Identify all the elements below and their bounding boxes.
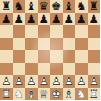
piece-outline: ♖: [0, 88, 13, 101]
piece-glyph: ♟: [50, 13, 63, 26]
black-pawn: ♟: [0, 13, 13, 26]
white-pawn: ♟♙: [75, 75, 88, 88]
white-knight: ♞♘: [75, 88, 88, 101]
square-g1[interactable]: ♞♘: [75, 88, 88, 101]
square-e4[interactable]: [50, 50, 63, 63]
square-b6[interactable]: [13, 25, 26, 38]
square-h6[interactable]: [88, 25, 101, 38]
black-bishop: ♝: [63, 0, 76, 13]
piece-outline: ♙: [50, 75, 63, 88]
square-b8[interactable]: ♞: [13, 0, 26, 13]
black-rook: ♜: [0, 0, 13, 13]
piece-glyph: ♟: [88, 13, 101, 26]
square-c2[interactable]: ♟♙: [25, 75, 38, 88]
square-b4[interactable]: [13, 50, 26, 63]
white-rook: ♜♖: [88, 88, 101, 101]
square-a5[interactable]: [0, 38, 13, 51]
black-pawn: ♟: [75, 13, 88, 26]
white-king: ♚♔: [50, 88, 63, 101]
square-a7[interactable]: ♟: [0, 13, 13, 26]
square-b5[interactable]: [13, 38, 26, 51]
square-h8[interactable]: ♜: [88, 0, 101, 13]
piece-outline: ♘: [75, 88, 88, 101]
piece-glyph: ♟: [63, 13, 76, 26]
piece-glyph: ♞: [75, 0, 88, 13]
piece-glyph: ♞: [13, 0, 26, 13]
square-g7[interactable]: ♟: [75, 13, 88, 26]
piece-outline: ♗: [63, 88, 76, 101]
square-h7[interactable]: ♟: [88, 13, 101, 26]
black-queen: ♛: [38, 0, 51, 13]
white-bishop: ♝♗: [63, 88, 76, 101]
white-pawn: ♟♙: [0, 75, 13, 88]
piece-glyph: ♟: [0, 13, 13, 26]
white-pawn: ♟♙: [63, 75, 76, 88]
chess-board: ♜♞♝♛♚♝♞♜♟♟♟♟♟♟♟♟♟♙♟♙♟♙♟♙♟♙♟♙♟♙♟♙♜♖♞♘♝♗♛♕…: [0, 0, 100, 100]
black-bishop: ♝: [25, 0, 38, 13]
piece-glyph: ♝: [63, 0, 76, 13]
white-pawn: ♟♙: [13, 75, 26, 88]
black-king: ♚: [50, 0, 63, 13]
square-f7[interactable]: ♟: [63, 13, 76, 26]
square-c5[interactable]: [25, 38, 38, 51]
piece-glyph: ♟: [38, 13, 51, 26]
black-knight: ♞: [75, 0, 88, 13]
square-b2[interactable]: ♟♙: [13, 75, 26, 88]
square-d5[interactable]: [38, 38, 51, 51]
square-g6[interactable]: [75, 25, 88, 38]
square-e5[interactable]: [50, 38, 63, 51]
square-a1[interactable]: ♜♖: [0, 88, 13, 101]
piece-glyph: ♜: [88, 0, 101, 13]
square-b7[interactable]: ♟: [13, 13, 26, 26]
black-pawn: ♟: [13, 13, 26, 26]
piece-outline: ♙: [0, 75, 13, 88]
square-a8[interactable]: ♜: [0, 0, 13, 13]
square-h2[interactable]: ♟♙: [88, 75, 101, 88]
white-knight: ♞♘: [13, 88, 26, 101]
black-pawn: ♟: [38, 13, 51, 26]
square-f8[interactable]: ♝: [63, 0, 76, 13]
piece-outline: ♕: [38, 88, 51, 101]
square-c6[interactable]: [25, 25, 38, 38]
white-queen: ♛♕: [38, 88, 51, 101]
square-e7[interactable]: ♟: [50, 13, 63, 26]
piece-glyph: ♟: [25, 13, 38, 26]
square-e8[interactable]: ♚: [50, 0, 63, 13]
white-rook: ♜♖: [0, 88, 13, 101]
white-pawn: ♟♙: [50, 75, 63, 88]
piece-outline: ♙: [38, 75, 51, 88]
square-c1[interactable]: ♝♗: [25, 88, 38, 101]
square-h4[interactable]: [88, 50, 101, 63]
piece-outline: ♙: [75, 75, 88, 88]
square-f2[interactable]: ♟♙: [63, 75, 76, 88]
square-c8[interactable]: ♝: [25, 0, 38, 13]
black-pawn: ♟: [25, 13, 38, 26]
piece-outline: ♖: [88, 88, 101, 101]
square-g2[interactable]: ♟♙: [75, 75, 88, 88]
square-f4[interactable]: [63, 50, 76, 63]
square-a2[interactable]: ♟♙: [0, 75, 13, 88]
piece-outline: ♘: [13, 88, 26, 101]
black-pawn: ♟: [63, 13, 76, 26]
black-knight: ♞: [13, 0, 26, 13]
square-a6[interactable]: [0, 25, 13, 38]
square-g5[interactable]: [75, 38, 88, 51]
black-pawn: ♟: [88, 13, 101, 26]
piece-glyph: ♟: [13, 13, 26, 26]
piece-glyph: ♚: [50, 0, 63, 13]
square-d8[interactable]: ♛: [38, 0, 51, 13]
black-rook: ♜: [88, 0, 101, 13]
square-f1[interactable]: ♝♗: [63, 88, 76, 101]
white-pawn: ♟♙: [25, 75, 38, 88]
square-c7[interactable]: ♟: [25, 13, 38, 26]
piece-glyph: ♛: [38, 0, 51, 13]
square-a4[interactable]: [0, 50, 13, 63]
square-h1[interactable]: ♜♖: [88, 88, 101, 101]
white-pawn: ♟♙: [88, 75, 101, 88]
square-d1[interactable]: ♛♕: [38, 88, 51, 101]
piece-glyph: ♜: [0, 0, 13, 13]
square-e2[interactable]: ♟♙: [50, 75, 63, 88]
square-d6[interactable]: [38, 25, 51, 38]
square-e6[interactable]: [50, 25, 63, 38]
square-d2[interactable]: ♟♙: [38, 75, 51, 88]
square-c4[interactable]: [25, 50, 38, 63]
piece-outline: ♙: [13, 75, 26, 88]
square-f5[interactable]: [63, 38, 76, 51]
square-e1[interactable]: ♚♔: [50, 88, 63, 101]
square-g8[interactable]: ♞: [75, 0, 88, 13]
piece-outline: ♙: [25, 75, 38, 88]
square-d4[interactable]: [38, 50, 51, 63]
piece-glyph: ♟: [75, 13, 88, 26]
square-b1[interactable]: ♞♘: [13, 88, 26, 101]
piece-outline: ♙: [63, 75, 76, 88]
white-pawn: ♟♙: [38, 75, 51, 88]
square-d7[interactable]: ♟: [38, 13, 51, 26]
piece-outline: ♙: [88, 75, 101, 88]
square-g4[interactable]: [75, 50, 88, 63]
white-bishop: ♝♗: [25, 88, 38, 101]
square-f6[interactable]: [63, 25, 76, 38]
piece-outline: ♗: [25, 88, 38, 101]
piece-outline: ♔: [50, 88, 63, 101]
black-pawn: ♟: [50, 13, 63, 26]
piece-glyph: ♝: [25, 0, 38, 13]
square-h5[interactable]: [88, 38, 101, 51]
